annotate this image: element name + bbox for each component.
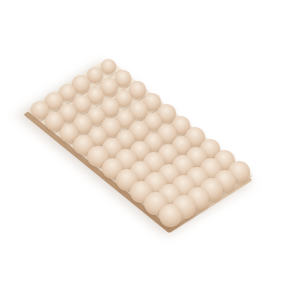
product-photo [0, 0, 290, 290]
